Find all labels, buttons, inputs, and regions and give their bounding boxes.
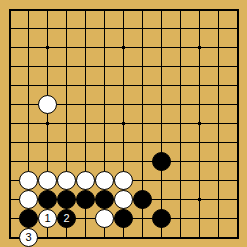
stone-white — [95, 209, 114, 228]
stone-black — [133, 190, 152, 209]
stone-white-move-3: 3 — [19, 228, 38, 247]
grid-line-horizontal — [10, 142, 238, 143]
stone-black — [95, 190, 114, 209]
stone-white — [38, 95, 57, 114]
stone-black-move-2: 2 — [57, 209, 76, 228]
hoshi-point — [46, 46, 49, 49]
grid-line-vertical — [161, 10, 162, 238]
grid-line-vertical — [180, 10, 181, 238]
hoshi-point — [46, 122, 49, 125]
stone-black — [76, 190, 95, 209]
hoshi-point — [122, 122, 125, 125]
stone-white — [19, 171, 38, 190]
stone-white — [19, 190, 38, 209]
grid-line-horizontal — [10, 161, 238, 162]
stone-black — [19, 209, 38, 228]
stone-white — [114, 190, 133, 209]
stone-white — [95, 171, 114, 190]
stone-black — [114, 209, 133, 228]
hoshi-point — [198, 122, 201, 125]
stone-black — [152, 152, 171, 171]
stone-white — [76, 171, 95, 190]
grid-line-vertical — [218, 10, 219, 238]
hoshi-point — [122, 46, 125, 49]
hoshi-point — [198, 198, 201, 201]
stone-black — [152, 209, 171, 228]
stone-white — [57, 171, 76, 190]
hoshi-point — [198, 46, 201, 49]
stone-white — [114, 171, 133, 190]
stone-black — [38, 190, 57, 209]
stone-black — [57, 190, 76, 209]
stone-white — [38, 171, 57, 190]
stone-white-move-1: 1 — [38, 209, 57, 228]
go-board: 123 — [0, 0, 247, 247]
